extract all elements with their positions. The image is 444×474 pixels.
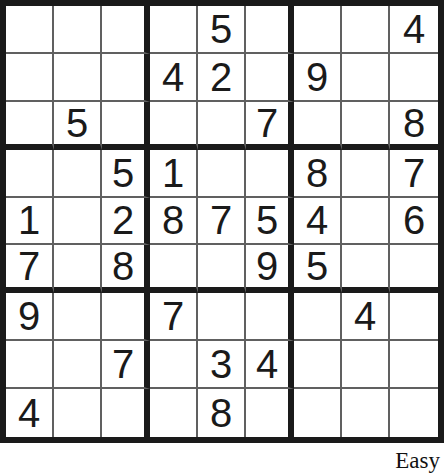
cell-r5c1[interactable]: 1	[6, 198, 54, 246]
cell-r5c8[interactable]	[342, 198, 390, 246]
cell-r7c2[interactable]	[54, 293, 102, 341]
cell-r3c8[interactable]	[342, 102, 390, 150]
cell-r2c6[interactable]	[246, 54, 294, 102]
cell-r8c1[interactable]	[6, 341, 54, 389]
cell-r1c8[interactable]	[342, 6, 390, 54]
cell-r2c4[interactable]: 4	[150, 54, 198, 102]
cell-r7c4[interactable]: 7	[150, 293, 198, 341]
cell-r3c1[interactable]	[6, 102, 54, 150]
cell-r6c7[interactable]: 5	[294, 245, 342, 293]
cell-r3c2[interactable]: 5	[54, 102, 102, 150]
cell-r1c5[interactable]: 5	[198, 6, 246, 54]
difficulty-label: Easy	[395, 448, 440, 474]
cell-r3c7[interactable]	[294, 102, 342, 150]
cell-r8c4[interactable]	[150, 341, 198, 389]
cell-r2c3[interactable]	[102, 54, 150, 102]
cell-r5c7[interactable]: 4	[294, 198, 342, 246]
cell-r6c6[interactable]: 9	[246, 245, 294, 293]
cell-r9c5[interactable]: 8	[198, 389, 246, 437]
cell-r6c3[interactable]: 8	[102, 245, 150, 293]
cell-r1c3[interactable]	[102, 6, 150, 54]
cell-r6c5[interactable]	[198, 245, 246, 293]
cell-r5c5[interactable]: 7	[198, 198, 246, 246]
cell-r5c4[interactable]: 8	[150, 198, 198, 246]
cell-r1c2[interactable]	[54, 6, 102, 54]
cell-r8c5[interactable]: 3	[198, 341, 246, 389]
cell-r7c7[interactable]	[294, 293, 342, 341]
cell-r6c1[interactable]: 7	[6, 245, 54, 293]
cell-r2c7[interactable]: 9	[294, 54, 342, 102]
cell-r4c8[interactable]	[342, 150, 390, 198]
cell-r5c2[interactable]	[54, 198, 102, 246]
cell-r3c5[interactable]	[198, 102, 246, 150]
cell-r2c8[interactable]	[342, 54, 390, 102]
cell-r7c3[interactable]	[102, 293, 150, 341]
cell-r4c5[interactable]	[198, 150, 246, 198]
cell-r7c9[interactable]	[390, 293, 438, 341]
cell-r2c2[interactable]	[54, 54, 102, 102]
cell-r7c5[interactable]	[198, 293, 246, 341]
cell-r4c2[interactable]	[54, 150, 102, 198]
cell-r5c9[interactable]: 6	[390, 198, 438, 246]
sudoku-board: 5442957851871287546789597473448	[0, 0, 444, 443]
cell-r3c6[interactable]: 7	[246, 102, 294, 150]
cell-r7c8[interactable]: 4	[342, 293, 390, 341]
cell-r3c9[interactable]: 8	[390, 102, 438, 150]
cell-r1c7[interactable]	[294, 6, 342, 54]
cell-r8c7[interactable]	[294, 341, 342, 389]
cell-r1c4[interactable]	[150, 6, 198, 54]
cell-r1c1[interactable]	[6, 6, 54, 54]
cell-r3c3[interactable]	[102, 102, 150, 150]
cell-r8c3[interactable]: 7	[102, 341, 150, 389]
cell-r9c3[interactable]	[102, 389, 150, 437]
cell-r5c3[interactable]: 2	[102, 198, 150, 246]
cell-r6c2[interactable]	[54, 245, 102, 293]
cell-r8c9[interactable]	[390, 341, 438, 389]
cell-r9c9[interactable]	[390, 389, 438, 437]
cell-r6c4[interactable]	[150, 245, 198, 293]
cell-r1c9[interactable]: 4	[390, 6, 438, 54]
cell-r9c7[interactable]	[294, 389, 342, 437]
cell-r3c4[interactable]	[150, 102, 198, 150]
cell-r7c1[interactable]: 9	[6, 293, 54, 341]
cell-r7c6[interactable]	[246, 293, 294, 341]
cell-r4c9[interactable]: 7	[390, 150, 438, 198]
cell-r9c8[interactable]	[342, 389, 390, 437]
cell-r9c6[interactable]	[246, 389, 294, 437]
cell-r6c9[interactable]	[390, 245, 438, 293]
cell-r5c6[interactable]: 5	[246, 198, 294, 246]
cell-r6c8[interactable]	[342, 245, 390, 293]
cell-r2c1[interactable]	[6, 54, 54, 102]
cell-r8c8[interactable]	[342, 341, 390, 389]
cell-r4c7[interactable]: 8	[294, 150, 342, 198]
cell-r9c1[interactable]: 4	[6, 389, 54, 437]
cell-r4c4[interactable]: 1	[150, 150, 198, 198]
cell-r4c6[interactable]	[246, 150, 294, 198]
cell-r4c1[interactable]	[6, 150, 54, 198]
cell-r2c5[interactable]: 2	[198, 54, 246, 102]
cell-r1c6[interactable]	[246, 6, 294, 54]
cell-r2c9[interactable]	[390, 54, 438, 102]
sudoku-page: 5442957851871287546789597473448 Easy	[0, 0, 444, 474]
cell-r8c6[interactable]: 4	[246, 341, 294, 389]
cell-r4c3[interactable]: 5	[102, 150, 150, 198]
cell-r8c2[interactable]	[54, 341, 102, 389]
cell-r9c2[interactable]	[54, 389, 102, 437]
cell-r9c4[interactable]	[150, 389, 198, 437]
